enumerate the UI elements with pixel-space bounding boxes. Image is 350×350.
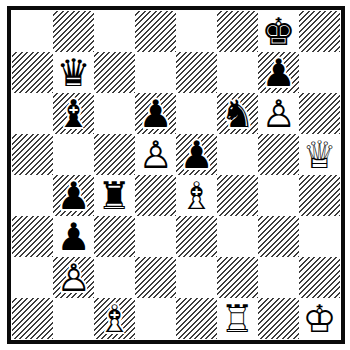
square-g5[interactable] bbox=[258, 134, 299, 175]
square-d6[interactable]: ♟ bbox=[135, 93, 176, 134]
board-frame: ♚♛♟♝♟♞♟♙♟♙♟♛♕♟♜♝♗♟♟♙♝♗♜♖♚♔ bbox=[7, 6, 345, 344]
black-king: ♚ bbox=[261, 13, 295, 51]
square-h5[interactable]: ♛♕ bbox=[299, 134, 340, 175]
square-e2[interactable] bbox=[176, 257, 217, 298]
square-d4[interactable] bbox=[135, 175, 176, 216]
square-f8[interactable] bbox=[217, 11, 258, 52]
square-b6[interactable]: ♝ bbox=[53, 93, 94, 134]
square-g2[interactable] bbox=[258, 257, 299, 298]
square-g4[interactable] bbox=[258, 175, 299, 216]
square-f5[interactable] bbox=[217, 134, 258, 175]
square-g3[interactable] bbox=[258, 216, 299, 257]
white-pawn: ♟♙ bbox=[56, 259, 90, 297]
square-g8[interactable]: ♚ bbox=[258, 11, 299, 52]
square-f6[interactable]: ♞ bbox=[217, 93, 258, 134]
black-pawn: ♟ bbox=[56, 177, 90, 215]
square-f7[interactable] bbox=[217, 52, 258, 93]
square-a2[interactable] bbox=[12, 257, 53, 298]
white-king: ♚♔ bbox=[302, 300, 336, 338]
piece-outline-layer: ♗ bbox=[97, 297, 131, 341]
white-pawn: ♟♙ bbox=[138, 136, 172, 174]
square-a6[interactable] bbox=[12, 93, 53, 134]
square-b3[interactable]: ♟ bbox=[53, 216, 94, 257]
black-queen: ♛ bbox=[56, 54, 90, 92]
piece-outline-layer: ♙ bbox=[138, 133, 172, 177]
square-h6[interactable] bbox=[299, 93, 340, 134]
square-b1[interactable] bbox=[53, 298, 94, 339]
square-e5[interactable]: ♟ bbox=[176, 134, 217, 175]
white-rook: ♜♖ bbox=[220, 300, 254, 338]
square-h4[interactable] bbox=[299, 175, 340, 216]
square-e4[interactable]: ♝♗ bbox=[176, 175, 217, 216]
square-c6[interactable] bbox=[94, 93, 135, 134]
square-a5[interactable] bbox=[12, 134, 53, 175]
square-b5[interactable] bbox=[53, 134, 94, 175]
square-a3[interactable] bbox=[12, 216, 53, 257]
piece-outline-layer: ♔ bbox=[302, 297, 336, 341]
square-c4[interactable]: ♜ bbox=[94, 175, 135, 216]
square-f3[interactable] bbox=[217, 216, 258, 257]
square-c5[interactable] bbox=[94, 134, 135, 175]
piece-outline-layer: ♖ bbox=[220, 297, 254, 341]
square-f2[interactable] bbox=[217, 257, 258, 298]
square-e1[interactable] bbox=[176, 298, 217, 339]
square-a7[interactable] bbox=[12, 52, 53, 93]
square-e8[interactable] bbox=[176, 11, 217, 52]
square-d5[interactable]: ♟♙ bbox=[135, 134, 176, 175]
square-e6[interactable] bbox=[176, 93, 217, 134]
chess-board: ♚♛♟♝♟♞♟♙♟♙♟♛♕♟♜♝♗♟♟♙♝♗♜♖♚♔ bbox=[12, 11, 340, 339]
square-d2[interactable] bbox=[135, 257, 176, 298]
square-h2[interactable] bbox=[299, 257, 340, 298]
square-f1[interactable]: ♜♖ bbox=[217, 298, 258, 339]
square-a8[interactable] bbox=[12, 11, 53, 52]
black-pawn: ♟ bbox=[261, 54, 295, 92]
square-h3[interactable] bbox=[299, 216, 340, 257]
square-d7[interactable] bbox=[135, 52, 176, 93]
white-bishop: ♝♗ bbox=[179, 177, 213, 215]
black-pawn: ♟ bbox=[56, 218, 90, 256]
square-b2[interactable]: ♟♙ bbox=[53, 257, 94, 298]
square-c3[interactable] bbox=[94, 216, 135, 257]
black-rook: ♜ bbox=[97, 177, 131, 215]
black-knight: ♞ bbox=[220, 95, 254, 133]
square-c2[interactable] bbox=[94, 257, 135, 298]
square-d8[interactable] bbox=[135, 11, 176, 52]
square-f4[interactable] bbox=[217, 175, 258, 216]
square-g6[interactable]: ♟♙ bbox=[258, 93, 299, 134]
square-c1[interactable]: ♝♗ bbox=[94, 298, 135, 339]
white-pawn: ♟♙ bbox=[261, 95, 295, 133]
square-e3[interactable] bbox=[176, 216, 217, 257]
piece-outline-layer: ♙ bbox=[261, 92, 295, 136]
square-c7[interactable] bbox=[94, 52, 135, 93]
white-bishop: ♝♗ bbox=[97, 300, 131, 338]
black-bishop: ♝ bbox=[56, 95, 90, 133]
square-h8[interactable] bbox=[299, 11, 340, 52]
square-c8[interactable] bbox=[94, 11, 135, 52]
square-a4[interactable] bbox=[12, 175, 53, 216]
square-b8[interactable] bbox=[53, 11, 94, 52]
square-g7[interactable]: ♟ bbox=[258, 52, 299, 93]
black-pawn: ♟ bbox=[179, 136, 213, 174]
square-e7[interactable] bbox=[176, 52, 217, 93]
square-g1[interactable] bbox=[258, 298, 299, 339]
square-h1[interactable]: ♚♔ bbox=[299, 298, 340, 339]
square-h7[interactable] bbox=[299, 52, 340, 93]
square-d3[interactable] bbox=[135, 216, 176, 257]
piece-outline-layer: ♕ bbox=[302, 133, 336, 177]
square-b7[interactable]: ♛ bbox=[53, 52, 94, 93]
piece-outline-layer: ♗ bbox=[179, 174, 213, 218]
square-a1[interactable] bbox=[12, 298, 53, 339]
piece-outline-layer: ♙ bbox=[56, 256, 90, 300]
square-b4[interactable]: ♟ bbox=[53, 175, 94, 216]
square-d1[interactable] bbox=[135, 298, 176, 339]
white-queen: ♛♕ bbox=[302, 136, 336, 174]
black-pawn: ♟ bbox=[138, 95, 172, 133]
